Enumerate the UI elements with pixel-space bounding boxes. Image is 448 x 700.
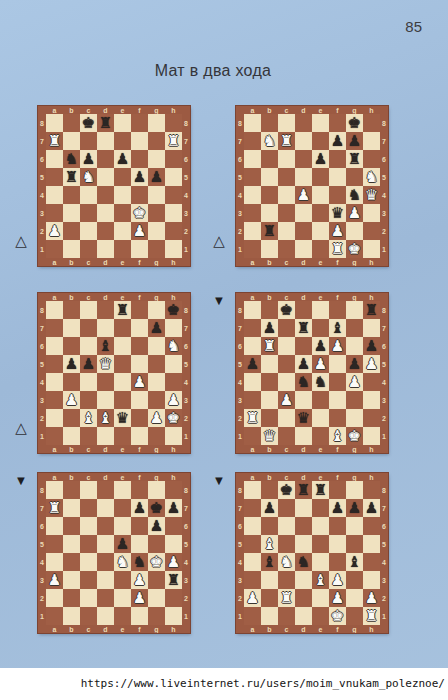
square-h2 (363, 222, 380, 240)
black-knight-icon: ♞ (65, 152, 78, 167)
square-f7 (131, 132, 148, 150)
frame-corner (38, 445, 46, 453)
rank-label-1: 1 (236, 607, 244, 625)
square-a5: ♟ (244, 355, 261, 373)
square-b8 (261, 114, 278, 132)
file-label-g: g (148, 106, 165, 114)
square-a5 (244, 535, 261, 553)
rank-label-6: 6 (236, 517, 244, 535)
square-c7: ♜ (278, 132, 295, 150)
frame-corner (380, 473, 388, 481)
rank-label-7: 7 (380, 499, 388, 517)
square-b2 (261, 409, 278, 427)
file-label-h: h (165, 473, 182, 481)
square-g5 (346, 535, 363, 553)
square-c5 (80, 535, 97, 553)
square-a8 (46, 301, 63, 319)
black-king-icon: ♚ (348, 116, 361, 131)
square-d6 (295, 150, 312, 168)
rank-label-4: 4 (380, 553, 388, 571)
square-a8 (46, 481, 63, 499)
square-b6 (261, 517, 278, 535)
square-f3 (131, 391, 148, 409)
white-bishop-icon: ♝ (314, 573, 327, 588)
square-b4 (63, 553, 80, 571)
square-h5 (165, 355, 182, 373)
square-g8 (148, 114, 165, 132)
square-b8 (261, 301, 278, 319)
rank-label-8: 8 (182, 301, 190, 319)
square-h1 (165, 427, 182, 445)
square-f7: ♟ (329, 499, 346, 517)
black-pawn-icon: ♟ (263, 501, 276, 516)
file-label-c: c (80, 445, 97, 453)
square-g2 (346, 589, 363, 607)
square-e1 (114, 427, 131, 445)
square-a4 (244, 186, 261, 204)
frame-corner (182, 445, 190, 453)
file-label-c: c (80, 293, 97, 301)
square-g2 (148, 589, 165, 607)
rank-label-2: 2 (182, 409, 190, 427)
black-queen-icon: ♛ (297, 411, 310, 426)
square-d1 (295, 240, 312, 258)
white-pawn-icon: ♟ (133, 375, 146, 390)
white-pawn-icon: ♟ (133, 573, 146, 588)
rank-label-1: 1 (182, 240, 190, 258)
square-b3 (261, 391, 278, 409)
rank-label-1: 1 (182, 427, 190, 445)
frame-corner (38, 625, 46, 633)
rank-label-5: 5 (236, 535, 244, 553)
square-d7: ♜ (295, 319, 312, 337)
file-label-e: e (312, 445, 329, 453)
square-b5 (261, 168, 278, 186)
white-pawn-icon: ♟ (331, 224, 344, 239)
file-label-d: d (295, 625, 312, 633)
square-e7 (312, 499, 329, 517)
square-f6 (131, 337, 148, 355)
square-e6: ♟ (312, 150, 329, 168)
square-c8: ♚ (278, 481, 295, 499)
square-e1 (312, 240, 329, 258)
white-pawn-icon: ♟ (167, 555, 180, 570)
square-d5 (295, 168, 312, 186)
square-f1: ♜ (329, 240, 346, 258)
square-b8 (63, 301, 80, 319)
square-f8 (329, 301, 346, 319)
footer-url[interactable]: https://www.liveinternet.ru/users/moim_v… (81, 677, 445, 690)
square-g3 (148, 204, 165, 222)
square-h3 (165, 204, 182, 222)
black-pawn-icon: ♟ (82, 357, 95, 372)
square-d2: ♛ (295, 409, 312, 427)
square-d6 (97, 150, 114, 168)
file-label-e: e (312, 293, 329, 301)
square-g3 (148, 571, 165, 589)
file-label-b: b (261, 258, 278, 266)
file-label-b: b (63, 445, 80, 453)
square-d2 (97, 222, 114, 240)
square-h6: ♞ (165, 337, 182, 355)
rank-label-3: 3 (236, 391, 244, 409)
square-a7: ♜ (46, 132, 63, 150)
frame-corner (182, 473, 190, 481)
square-a5 (46, 355, 63, 373)
frame-corner (236, 258, 244, 266)
square-h4: ♛ (363, 186, 380, 204)
square-b4: ♝ (261, 553, 278, 571)
square-a6 (244, 517, 261, 535)
chess-board-5: abcdefgh887♜♟♚♟76♟65♟54♞♞♚♟43♟♟♜32♟211ab… (38, 473, 190, 633)
black-rook-icon: ♜ (65, 170, 78, 185)
rank-label-1: 1 (380, 240, 388, 258)
rank-label-1: 1 (380, 427, 388, 445)
square-a7: ♜ (46, 499, 63, 517)
rank-label-4: 4 (182, 553, 190, 571)
square-d1 (97, 240, 114, 258)
rank-label-8: 8 (236, 481, 244, 499)
square-c7 (278, 319, 295, 337)
file-label-c: c (278, 258, 295, 266)
square-b6 (63, 337, 80, 355)
file-label-g: g (148, 625, 165, 633)
file-label-e: e (312, 106, 329, 114)
rank-label-3: 3 (38, 391, 46, 409)
square-g3 (346, 571, 363, 589)
square-g6 (346, 517, 363, 535)
square-b1: ♛ (261, 427, 278, 445)
square-f3: ♟ (329, 571, 346, 589)
white-to-move-marker: △ (11, 232, 31, 250)
file-label-f: f (329, 445, 346, 453)
rank-label-8: 8 (38, 481, 46, 499)
file-label-f: f (329, 106, 346, 114)
square-b4 (63, 186, 80, 204)
white-queen-icon: ♛ (365, 188, 378, 203)
square-b2 (261, 589, 278, 607)
square-g4: ♝ (346, 553, 363, 571)
file-label-a: a (46, 473, 63, 481)
white-knight-icon: ♞ (280, 555, 293, 570)
white-knight-icon: ♞ (365, 170, 378, 185)
rank-label-2: 2 (380, 589, 388, 607)
chess-board-4: abcdefgh8♚♜87♟♜♝76♜♟♟♟65♟♟♟♟♟54♞♞♟43♟32♜… (236, 293, 388, 453)
rank-label-8: 8 (236, 301, 244, 319)
rank-label-3: 3 (182, 571, 190, 589)
rank-label-2: 2 (380, 222, 388, 240)
square-h5 (363, 535, 380, 553)
square-g8 (346, 301, 363, 319)
square-c6 (80, 337, 97, 355)
square-b7: ♟ (261, 499, 278, 517)
square-g6: ♜ (346, 150, 363, 168)
file-label-c: c (278, 625, 295, 633)
white-rook-icon: ♜ (263, 339, 276, 354)
square-b2 (63, 222, 80, 240)
file-label-h: h (363, 258, 380, 266)
square-g5 (148, 535, 165, 553)
square-b3 (63, 204, 80, 222)
white-pawn-icon: ♟ (348, 206, 361, 221)
rank-label-3: 3 (38, 204, 46, 222)
square-d8 (295, 114, 312, 132)
square-f4 (329, 553, 346, 571)
frame-corner (380, 293, 388, 301)
square-b1 (63, 427, 80, 445)
square-c3 (80, 391, 97, 409)
square-b5 (261, 355, 278, 373)
rank-label-6: 6 (236, 337, 244, 355)
square-d2: ♝ (97, 409, 114, 427)
rank-label-2: 2 (38, 222, 46, 240)
square-d5 (97, 168, 114, 186)
file-label-d: d (295, 473, 312, 481)
frame-corner (182, 258, 190, 266)
black-rook-icon: ♜ (263, 224, 276, 239)
black-rook-icon: ♜ (297, 483, 310, 498)
square-b6 (261, 150, 278, 168)
square-a8 (244, 301, 261, 319)
black-pawn-icon: ♟ (246, 357, 259, 372)
square-h1 (165, 240, 182, 258)
file-label-d: d (295, 293, 312, 301)
rank-label-3: 3 (380, 204, 388, 222)
file-label-b: b (261, 293, 278, 301)
black-knight-icon: ♞ (297, 555, 310, 570)
black-knight-icon: ♞ (133, 555, 146, 570)
square-h3: ♜ (165, 571, 182, 589)
black-to-move-marker: ▼ (209, 293, 229, 308)
white-pawn-icon: ♟ (365, 357, 378, 372)
square-g1: ♚ (346, 240, 363, 258)
rank-label-4: 4 (380, 186, 388, 204)
square-d8 (295, 301, 312, 319)
square-h5 (165, 535, 182, 553)
rank-label-7: 7 (236, 499, 244, 517)
white-knight-icon: ♞ (116, 555, 129, 570)
rank-label-6: 6 (182, 337, 190, 355)
rank-label-1: 1 (182, 607, 190, 625)
rank-label-6: 6 (380, 517, 388, 535)
square-c5 (278, 535, 295, 553)
file-label-g: g (148, 473, 165, 481)
square-c4 (80, 186, 97, 204)
rank-label-4: 4 (38, 186, 46, 204)
white-to-move-marker: △ (11, 419, 31, 437)
square-h7: ♜ (165, 132, 182, 150)
black-rook-icon: ♜ (348, 152, 361, 167)
rank-label-2: 2 (236, 222, 244, 240)
square-c3: ♟ (278, 391, 295, 409)
rank-label-7: 7 (38, 319, 46, 337)
square-f8 (131, 114, 148, 132)
square-b1 (63, 240, 80, 258)
black-queen-icon: ♛ (116, 411, 129, 426)
square-e4 (312, 553, 329, 571)
square-c2: ♜ (278, 589, 295, 607)
square-g4: ♟ (346, 373, 363, 391)
page-title: Мат в два хода (0, 62, 426, 80)
file-label-f: f (131, 625, 148, 633)
square-g5 (346, 168, 363, 186)
square-d4: ♟ (295, 186, 312, 204)
square-c2 (80, 589, 97, 607)
square-d5: ♛ (97, 355, 114, 373)
square-c4: ♞ (278, 553, 295, 571)
file-label-b: b (63, 106, 80, 114)
square-e2 (114, 222, 131, 240)
black-rook-icon: ♜ (99, 116, 112, 131)
square-e2 (312, 222, 329, 240)
white-bishop-icon: ♝ (99, 411, 112, 426)
square-a4 (244, 373, 261, 391)
rank-label-2: 2 (182, 589, 190, 607)
square-e5 (114, 168, 131, 186)
square-f4 (131, 186, 148, 204)
rank-label-6: 6 (38, 517, 46, 535)
white-knight-icon: ♞ (263, 134, 276, 149)
rank-label-7: 7 (380, 319, 388, 337)
square-c3 (80, 204, 97, 222)
square-f8 (329, 114, 346, 132)
rank-label-7: 7 (38, 499, 46, 517)
rank-label-4: 4 (236, 186, 244, 204)
file-label-e: e (114, 473, 131, 481)
white-pawn-icon: ♟ (331, 339, 344, 354)
file-label-e: e (114, 258, 131, 266)
white-pawn-icon: ♟ (246, 591, 259, 606)
square-g7 (346, 319, 363, 337)
square-g7: ♟ (346, 499, 363, 517)
square-e3 (312, 391, 329, 409)
black-queen-icon: ♛ (331, 206, 344, 221)
square-c7 (80, 132, 97, 150)
rank-label-5: 5 (38, 355, 46, 373)
black-pawn-icon: ♟ (150, 321, 163, 336)
square-c2 (278, 222, 295, 240)
square-f6: ♟ (329, 337, 346, 355)
square-h4 (165, 186, 182, 204)
rank-label-5: 5 (38, 168, 46, 186)
square-h1: ♜ (363, 607, 380, 625)
square-h8 (165, 481, 182, 499)
square-d7 (295, 499, 312, 517)
square-h7 (363, 319, 380, 337)
file-label-g: g (148, 293, 165, 301)
file-label-d: d (97, 258, 114, 266)
file-label-f: f (329, 473, 346, 481)
square-e2 (312, 409, 329, 427)
square-e4: ♞ (114, 553, 131, 571)
black-bishop-icon: ♝ (331, 321, 344, 336)
black-pawn-icon: ♟ (133, 501, 146, 516)
white-rook-icon: ♜ (280, 134, 293, 149)
file-label-d: d (295, 258, 312, 266)
square-d1 (295, 607, 312, 625)
square-e8 (114, 114, 131, 132)
rank-label-3: 3 (182, 391, 190, 409)
square-f5 (131, 535, 148, 553)
square-b6 (63, 517, 80, 535)
file-label-g: g (346, 473, 363, 481)
file-label-a: a (46, 625, 63, 633)
file-label-h: h (363, 625, 380, 633)
file-label-d: d (295, 445, 312, 453)
square-f8 (329, 481, 346, 499)
square-d4: ♞ (295, 553, 312, 571)
white-rook-icon: ♜ (280, 591, 293, 606)
square-d3 (97, 571, 114, 589)
black-pawn-icon: ♟ (150, 170, 163, 185)
file-label-g: g (346, 293, 363, 301)
square-e1 (312, 427, 329, 445)
rank-label-4: 4 (236, 373, 244, 391)
square-e3 (114, 391, 131, 409)
square-c4 (278, 186, 295, 204)
square-e5: ♟ (312, 355, 329, 373)
square-e6 (114, 337, 131, 355)
square-c3 (278, 204, 295, 222)
square-d4: ♞ (295, 373, 312, 391)
square-c6 (278, 337, 295, 355)
square-a2: ♟ (244, 589, 261, 607)
square-c1 (80, 427, 97, 445)
file-label-b: b (261, 625, 278, 633)
square-e2 (114, 589, 131, 607)
rank-label-5: 5 (380, 535, 388, 553)
file-label-b: b (63, 293, 80, 301)
square-g4: ♚ (148, 553, 165, 571)
file-label-b: b (261, 445, 278, 453)
puzzle-6: ▼abcdefgh8♚♜♜87♟♟♟♟7665♝54♝♞♞♝43♝♟32♟♜♟♟… (236, 473, 388, 633)
square-g3 (148, 391, 165, 409)
square-h8: ♚ (165, 301, 182, 319)
square-c5 (278, 168, 295, 186)
square-f1 (131, 240, 148, 258)
rank-label-4: 4 (182, 373, 190, 391)
square-h7 (165, 319, 182, 337)
square-d4 (97, 553, 114, 571)
square-a1 (244, 607, 261, 625)
square-h2 (165, 589, 182, 607)
white-pawn-icon: ♟ (133, 591, 146, 606)
square-h6 (363, 517, 380, 535)
square-b5: ♟ (63, 355, 80, 373)
file-label-d: d (97, 625, 114, 633)
square-f2: ♟ (131, 222, 148, 240)
square-d6 (97, 517, 114, 535)
square-e1 (312, 607, 329, 625)
square-f5 (131, 355, 148, 373)
square-c4 (80, 373, 97, 391)
square-c7 (80, 319, 97, 337)
square-h3: ♟ (165, 391, 182, 409)
file-label-e: e (114, 445, 131, 453)
square-e3 (114, 571, 131, 589)
square-b8 (261, 481, 278, 499)
rank-label-7: 7 (182, 319, 190, 337)
square-g1 (148, 240, 165, 258)
square-c5 (278, 355, 295, 373)
square-h6: ♟ (363, 337, 380, 355)
rank-label-5: 5 (182, 535, 190, 553)
square-d4 (97, 373, 114, 391)
square-c8 (278, 114, 295, 132)
rank-label-2: 2 (182, 222, 190, 240)
file-label-g: g (148, 258, 165, 266)
square-b2 (63, 589, 80, 607)
